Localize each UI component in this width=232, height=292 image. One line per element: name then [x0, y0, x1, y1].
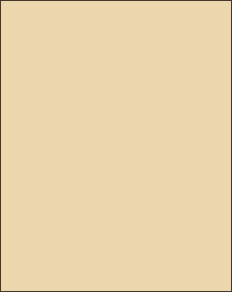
- board-grid: [1, 1, 232, 292]
- xiangqi-app: [0, 0, 232, 292]
